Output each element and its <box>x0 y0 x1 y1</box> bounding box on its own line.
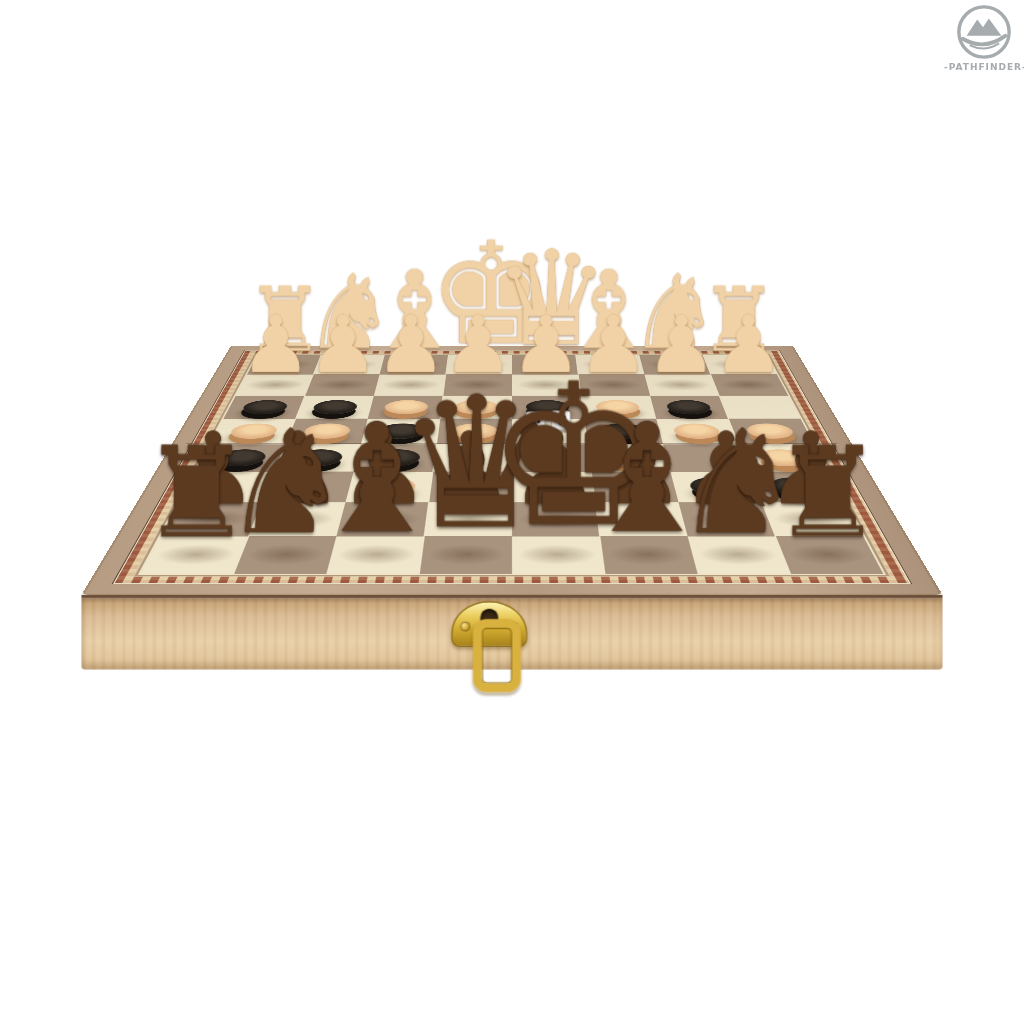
product-photo: ♜♞♝♚♛♝♞♜♟♟♟♟♟♟♟♟♟♟♟♟♟♟♟♟♜♞♝♛♚♝♞♜ -PATHFI… <box>0 0 1024 1024</box>
brand-logo: -PATHFINDER- <box>944 3 1024 72</box>
brand-logo-text: -PATHFINDER- <box>944 62 1024 72</box>
piece-light-pawn-h2[interactable]: ♟ <box>695 306 802 385</box>
brass-latch[interactable] <box>451 601 524 669</box>
screw-icon <box>460 621 470 631</box>
scene: ♜♞♝♚♛♝♞♜♟♟♟♟♟♟♟♟♟♟♟♟♟♟♟♟♜♞♝♛♚♝♞♜ <box>0 0 1024 1024</box>
latch-loop <box>473 619 521 692</box>
box-front-face <box>81 595 942 670</box>
chess-board: ♜♞♝♚♛♝♞♜♟♟♟♟♟♟♟♟♟♟♟♟♟♟♟♟♜♞♝♛♚♝♞♜ <box>81 346 942 595</box>
piece-dark-rook-h8[interactable]: ♜ <box>756 430 899 554</box>
mountain-logo-icon <box>955 3 1013 61</box>
